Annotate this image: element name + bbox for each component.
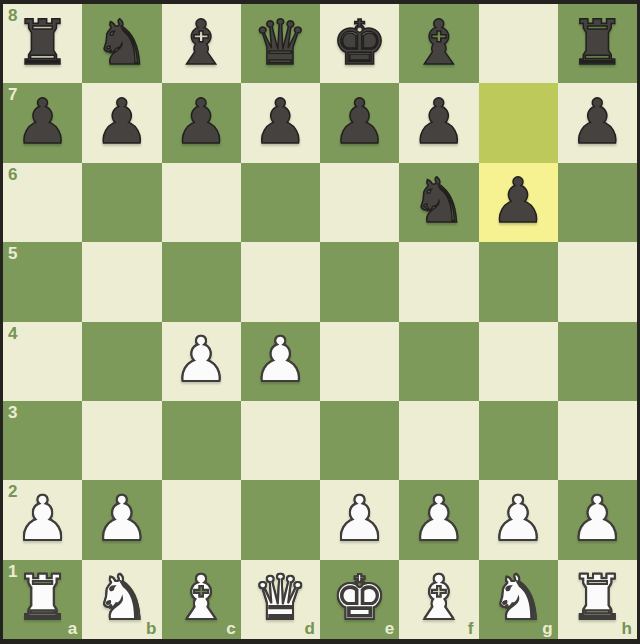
- square-h7[interactable]: ♟: [558, 83, 637, 162]
- piece-black-pawn[interactable]: ♟: [15, 91, 71, 153]
- piece-black-pawn[interactable]: ♟: [332, 91, 388, 153]
- square-c3[interactable]: [162, 401, 241, 480]
- square-d7[interactable]: ♟: [241, 83, 320, 162]
- square-g7[interactable]: [479, 83, 558, 162]
- piece-white-rook[interactable]: ♜: [15, 567, 71, 629]
- rank-label-5: 5: [8, 245, 17, 262]
- square-e6[interactable]: [320, 163, 399, 242]
- square-f3[interactable]: [399, 401, 478, 480]
- piece-white-pawn[interactable]: ♟: [173, 329, 229, 391]
- rank-label-4: 4: [8, 325, 17, 342]
- square-b7[interactable]: ♟: [82, 83, 161, 162]
- piece-black-pawn[interactable]: ♟: [411, 91, 467, 153]
- square-c7[interactable]: ♟: [162, 83, 241, 162]
- piece-white-king[interactable]: ♚: [332, 567, 388, 629]
- piece-white-rook[interactable]: ♜: [570, 567, 626, 629]
- file-label-f: f: [468, 620, 474, 637]
- square-a6[interactable]: 6: [3, 163, 82, 242]
- piece-white-pawn[interactable]: ♟: [332, 488, 388, 550]
- square-e8[interactable]: ♚: [320, 4, 399, 83]
- piece-black-rook[interactable]: ♜: [570, 12, 626, 74]
- square-d2[interactable]: [241, 480, 320, 559]
- piece-black-pawn[interactable]: ♟: [173, 91, 229, 153]
- square-d5[interactable]: [241, 242, 320, 321]
- square-b6[interactable]: [82, 163, 161, 242]
- square-h8[interactable]: ♜: [558, 4, 637, 83]
- square-a7[interactable]: 7♟: [3, 83, 82, 162]
- square-d1[interactable]: d♛: [241, 560, 320, 639]
- square-g3[interactable]: [479, 401, 558, 480]
- piece-black-knight[interactable]: ♞: [94, 12, 150, 74]
- piece-white-pawn[interactable]: ♟: [253, 329, 309, 391]
- square-d4[interactable]: ♟: [241, 322, 320, 401]
- square-e7[interactable]: ♟: [320, 83, 399, 162]
- square-b1[interactable]: b♞: [82, 560, 161, 639]
- square-f7[interactable]: ♟: [399, 83, 478, 162]
- square-e2[interactable]: ♟: [320, 480, 399, 559]
- piece-white-pawn[interactable]: ♟: [15, 488, 71, 550]
- piece-black-knight[interactable]: ♞: [411, 170, 467, 232]
- square-b8[interactable]: ♞: [82, 4, 161, 83]
- square-g2[interactable]: ♟: [479, 480, 558, 559]
- piece-white-pawn[interactable]: ♟: [94, 488, 150, 550]
- piece-black-bishop[interactable]: ♝: [411, 12, 467, 74]
- square-a8[interactable]: 8♜: [3, 4, 82, 83]
- square-h3[interactable]: [558, 401, 637, 480]
- square-h2[interactable]: ♟: [558, 480, 637, 559]
- square-b3[interactable]: [82, 401, 161, 480]
- square-c4[interactable]: ♟: [162, 322, 241, 401]
- square-h6[interactable]: [558, 163, 637, 242]
- square-e5[interactable]: [320, 242, 399, 321]
- piece-white-queen[interactable]: ♛: [253, 567, 309, 629]
- square-f6[interactable]: ♞: [399, 163, 478, 242]
- piece-white-pawn[interactable]: ♟: [490, 488, 546, 550]
- square-d3[interactable]: [241, 401, 320, 480]
- piece-white-pawn[interactable]: ♟: [411, 488, 467, 550]
- square-h5[interactable]: [558, 242, 637, 321]
- square-g1[interactable]: g♞: [479, 560, 558, 639]
- square-b4[interactable]: [82, 322, 161, 401]
- square-c8[interactable]: ♝: [162, 4, 241, 83]
- square-c2[interactable]: [162, 480, 241, 559]
- square-a3[interactable]: 3: [3, 401, 82, 480]
- square-f8[interactable]: ♝: [399, 4, 478, 83]
- square-h1[interactable]: h♜: [558, 560, 637, 639]
- piece-black-pawn[interactable]: ♟: [253, 91, 309, 153]
- piece-black-king[interactable]: ♚: [332, 12, 388, 74]
- square-g4[interactable]: [479, 322, 558, 401]
- square-f4[interactable]: [399, 322, 478, 401]
- piece-white-knight[interactable]: ♞: [94, 567, 150, 629]
- square-a5[interactable]: 5: [3, 242, 82, 321]
- square-a2[interactable]: 2♟: [3, 480, 82, 559]
- rank-label-6: 6: [8, 166, 17, 183]
- piece-black-pawn[interactable]: ♟: [94, 91, 150, 153]
- piece-black-queen[interactable]: ♛: [253, 12, 309, 74]
- square-f5[interactable]: [399, 242, 478, 321]
- rank-label-3: 3: [8, 404, 17, 421]
- square-f1[interactable]: f♝: [399, 560, 478, 639]
- piece-white-pawn[interactable]: ♟: [570, 488, 626, 550]
- square-g6[interactable]: ♟: [479, 163, 558, 242]
- square-b2[interactable]: ♟: [82, 480, 161, 559]
- square-e3[interactable]: [320, 401, 399, 480]
- square-g5[interactable]: [479, 242, 558, 321]
- chess-board-frame: 8♜♞♝♛♚♝♜7♟♟♟♟♟♟♟6♞♟54♟♟32♟♟♟♟♟♟1a♜b♞c♝d♛…: [0, 0, 640, 644]
- chess-board: 8♜♞♝♛♚♝♜7♟♟♟♟♟♟♟6♞♟54♟♟32♟♟♟♟♟♟1a♜b♞c♝d♛…: [3, 4, 637, 639]
- piece-black-pawn[interactable]: ♟: [570, 91, 626, 153]
- square-c1[interactable]: c♝: [162, 560, 241, 639]
- piece-white-knight[interactable]: ♞: [490, 567, 546, 629]
- piece-black-bishop[interactable]: ♝: [173, 12, 229, 74]
- piece-black-rook[interactable]: ♜: [15, 12, 71, 74]
- piece-white-bishop[interactable]: ♝: [173, 567, 229, 629]
- square-a1[interactable]: 1a♜: [3, 560, 82, 639]
- piece-black-pawn[interactable]: ♟: [490, 170, 546, 232]
- square-c6[interactable]: [162, 163, 241, 242]
- square-e4[interactable]: [320, 322, 399, 401]
- square-h4[interactable]: [558, 322, 637, 401]
- square-f2[interactable]: ♟: [399, 480, 478, 559]
- square-d8[interactable]: ♛: [241, 4, 320, 83]
- square-a4[interactable]: 4: [3, 322, 82, 401]
- square-d6[interactable]: [241, 163, 320, 242]
- square-e1[interactable]: e♚: [320, 560, 399, 639]
- square-c5[interactable]: [162, 242, 241, 321]
- piece-white-bishop[interactable]: ♝: [411, 567, 467, 629]
- square-b5[interactable]: [82, 242, 161, 321]
- square-g8[interactable]: [479, 4, 558, 83]
